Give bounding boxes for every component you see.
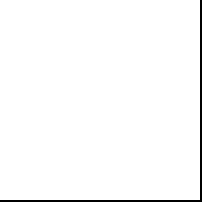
chess-board (0, 0, 202, 202)
chess-diagram (0, 0, 202, 202)
